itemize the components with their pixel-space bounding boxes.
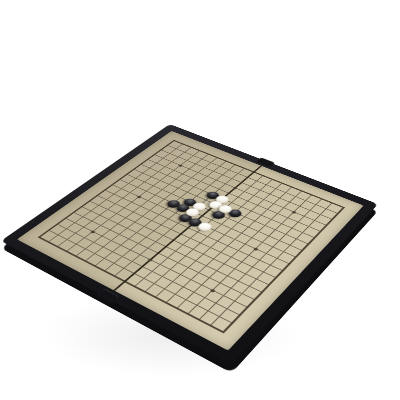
board-surface	[17, 131, 364, 351]
star-point	[232, 187, 237, 190]
board-frame	[1, 124, 378, 364]
star-point	[147, 258, 153, 262]
star-point	[210, 289, 216, 293]
star-point	[90, 230, 96, 234]
star-point	[253, 247, 259, 251]
intersection-layer	[41, 141, 343, 331]
star-point	[291, 211, 296, 214]
go-board	[1, 124, 378, 364]
star-point	[178, 164, 183, 167]
star-point	[136, 195, 141, 198]
product-photo-scene	[0, 0, 400, 400]
